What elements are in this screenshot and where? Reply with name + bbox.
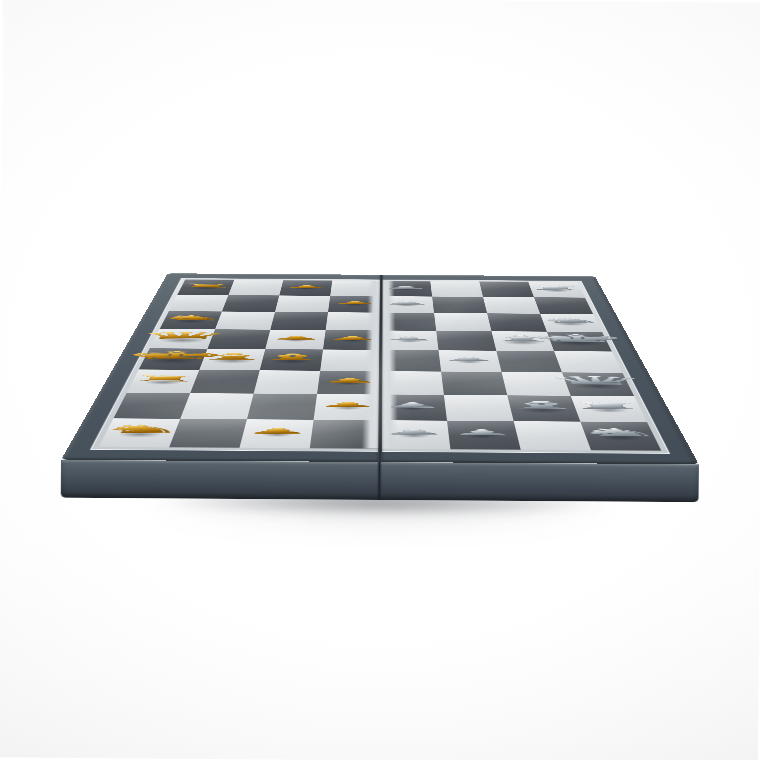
piece-glyph: ♟ <box>244 427 312 435</box>
square-b1[interactable] <box>114 393 191 419</box>
piece-glyph: ♟ <box>330 300 381 305</box>
square-d7[interactable] <box>496 351 562 373</box>
piece-glyph: ♟ <box>319 377 379 384</box>
piece-glyph: ♟ <box>282 284 331 289</box>
square-c3[interactable] <box>254 370 321 394</box>
piece-glyph: ♞ <box>155 314 229 321</box>
piece-glyph: ♞ <box>572 427 667 438</box>
square-f6[interactable] <box>434 313 491 331</box>
piece-glyph: ♟ <box>268 335 324 341</box>
square-g3[interactable] <box>275 295 330 312</box>
piece-glyph: ♚ <box>118 350 231 362</box>
piece-glyph: ♟ <box>325 335 380 341</box>
square-g2[interactable] <box>222 295 279 312</box>
square-g1[interactable] <box>169 295 228 312</box>
piece-glyph: ♚ <box>524 333 632 344</box>
square-d8[interactable] <box>554 351 622 373</box>
square-f3[interactable] <box>270 312 328 330</box>
front-face-seam <box>377 462 382 500</box>
piece-glyph: ♞ <box>533 317 607 324</box>
piece-glyph: ♟ <box>382 301 433 306</box>
product-photo: ♞♜♚♛♞♜♝♝♟♟♟♟♟♟♟♞♜♛♚♞♜♝♝♟♟♟♟♟♟♟ <box>0 0 760 760</box>
piece-glyph: ♟ <box>381 428 448 436</box>
piece-glyph: ♟ <box>316 401 379 409</box>
chess-board: ♞♜♚♛♞♜♝♝♟♟♟♟♟♟♟♞♜♛♚♞♜♝♝♟♟♟♟♟♟♟ <box>61 273 699 464</box>
square-h6[interactable] <box>430 281 483 297</box>
piece-glyph: ♛ <box>541 374 652 386</box>
piece-glyph: ♟ <box>449 428 517 436</box>
piece-glyph: ♛ <box>134 331 235 341</box>
square-g8[interactable] <box>534 297 593 314</box>
piece-glyph: ♟ <box>381 401 444 409</box>
piece-glyph: ♜ <box>126 374 203 382</box>
square-g7[interactable] <box>483 297 540 314</box>
piece-glyph: ♜ <box>176 283 238 289</box>
square-b3[interactable] <box>247 394 317 420</box>
piece-glyph: ♝ <box>493 399 591 410</box>
piece-glyph: ♜ <box>525 285 587 291</box>
piece-glyph: ♞ <box>94 424 189 435</box>
scene-3d: ♞♜♚♛♞♜♝♝♟♟♟♟♟♟♟♞♜♛♚♞♜♝♝♟♟♟♟♟♟♟ <box>0 0 760 760</box>
square-b2[interactable] <box>180 393 253 419</box>
piece-glyph: ♝ <box>248 352 336 361</box>
board-front-face <box>61 460 699 502</box>
piece-glyph: ♟ <box>382 336 437 342</box>
piece-glyph: ♟ <box>382 285 431 290</box>
square-g6[interactable] <box>432 297 487 314</box>
piece-glyph: ♟ <box>440 356 498 362</box>
square-c6[interactable] <box>441 372 507 396</box>
